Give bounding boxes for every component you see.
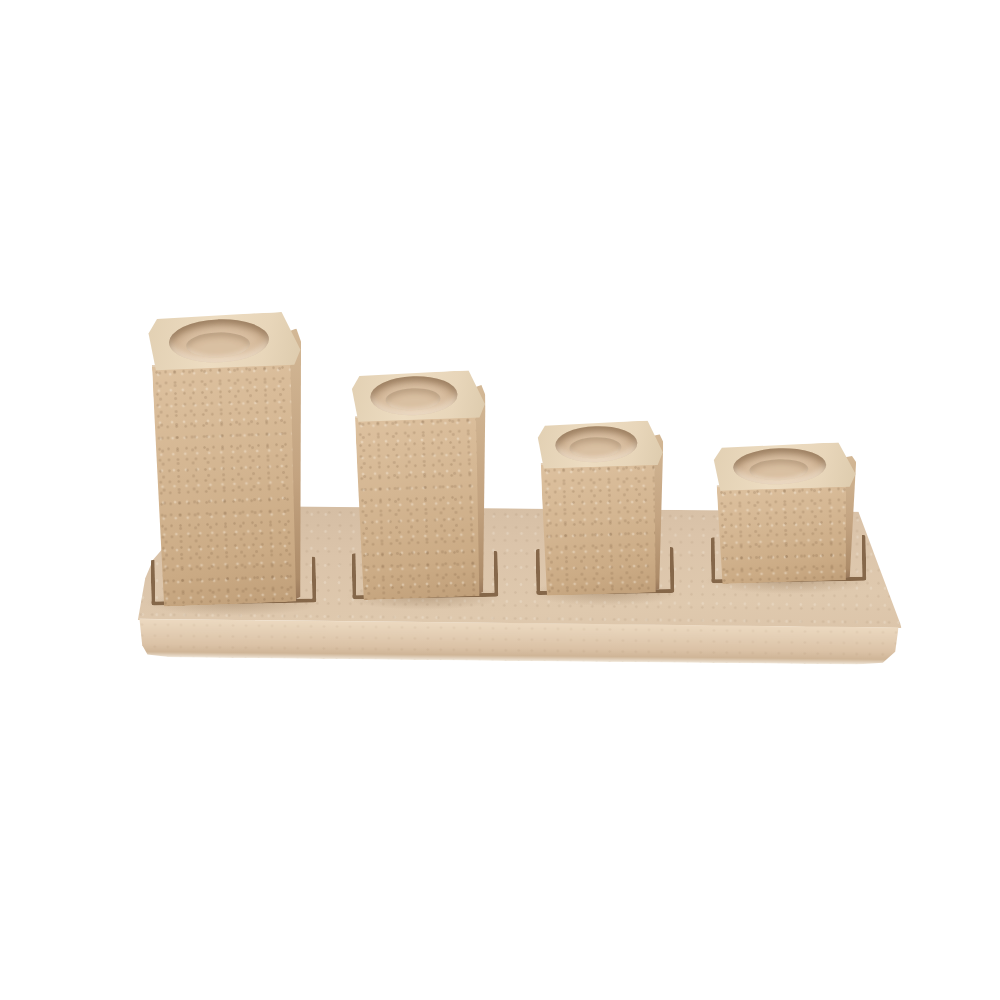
pillar-4-short-top-face [713, 442, 857, 492]
pillar-2-tall-front-face [355, 412, 483, 600]
scene [0, 0, 1000, 1000]
pillar-1-tallest [147, 311, 311, 605]
pillar-2-tall-candle-recess-floor [385, 387, 441, 411]
pillar-3-medium-candle-recess [554, 425, 637, 463]
pillar-1-tallest-top-face [147, 311, 302, 372]
pillar-2-tall-top-face [351, 370, 487, 424]
pillar-1-tallest-candle-recess-floor [186, 331, 251, 358]
pillar-4-short-candle-recess [733, 447, 827, 486]
pillar-4-short [713, 442, 860, 582]
pillar-4-short-front-face [717, 481, 849, 584]
pillar-1-tallest-candle-recess [169, 317, 270, 364]
pillar-3-medium-candle-recess-floor [569, 436, 622, 458]
pillar-4-short-candle-recess-floor [749, 458, 809, 481]
pillar-2-tall-candle-recess [370, 375, 458, 416]
pillar-3-medium-front-face [540, 459, 658, 596]
pillar-3-medium [537, 420, 668, 594]
pillar-2-tall [351, 370, 493, 599]
pillar-3-medium-top-face [537, 420, 664, 470]
pillar-1-tallest-front-face [152, 360, 300, 607]
